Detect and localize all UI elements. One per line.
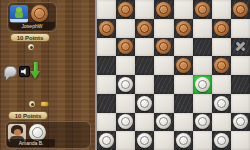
piece-white[interactable]	[195, 77, 210, 92]
piece-brown[interactable]	[118, 39, 133, 54]
square-r2c2[interactable]	[135, 38, 154, 57]
player-card-bottom: Amanda B.	[5, 121, 91, 149]
piece-brown[interactable]	[214, 58, 229, 73]
square-r5c3[interactable]	[154, 94, 173, 113]
square-r1c2[interactable]	[135, 19, 154, 38]
square-r3c1[interactable]	[116, 56, 135, 75]
square-r1c5[interactable]	[193, 19, 212, 38]
square-r5c4[interactable]	[174, 94, 193, 113]
square-r6c6[interactable]	[212, 113, 231, 132]
piece-brown[interactable]	[195, 2, 210, 17]
square-r7c3[interactable]	[154, 131, 173, 150]
square-r6c2[interactable]	[135, 113, 154, 132]
square-r5c0[interactable]	[97, 94, 116, 113]
piece-brown[interactable]	[137, 21, 152, 36]
square-r3c7[interactable]	[231, 56, 250, 75]
square-r2c4[interactable]	[174, 38, 193, 57]
player-name-top: JosephW	[9, 22, 55, 30]
square-r6c5[interactable]	[193, 113, 212, 132]
square-r4c4[interactable]	[174, 75, 193, 94]
square-r0c5[interactable]	[193, 0, 212, 19]
square-r4c7[interactable]	[231, 75, 250, 94]
square-r1c6[interactable]	[212, 19, 231, 38]
counter-chip-bottom	[28, 100, 36, 108]
piece-white[interactable]	[195, 114, 210, 129]
square-r2c3[interactable]	[154, 38, 173, 57]
piece-white[interactable]	[118, 77, 133, 92]
points-badge-bottom: 10 Points	[8, 111, 48, 120]
speaker-glyph	[21, 68, 28, 75]
square-r6c1[interactable]	[116, 113, 135, 132]
square-r5c2[interactable]	[135, 94, 154, 113]
square-r4c6[interactable]	[212, 75, 231, 94]
square-r2c0[interactable]	[97, 38, 116, 57]
square-r0c2[interactable]	[135, 0, 154, 19]
square-r7c7[interactable]	[231, 131, 250, 150]
square-r5c7[interactable]	[231, 94, 250, 113]
brown-piece-icon	[31, 5, 48, 22]
green-down-arrow-icon[interactable]	[30, 61, 41, 80]
piece-white[interactable]	[137, 133, 152, 148]
square-r6c7[interactable]	[231, 113, 250, 132]
piece-brown[interactable]	[118, 2, 133, 17]
square-r6c0[interactable]	[97, 113, 116, 132]
piece-white[interactable]	[214, 133, 229, 148]
square-r3c4[interactable]	[174, 56, 193, 75]
square-r0c1[interactable]	[116, 0, 135, 19]
square-r1c7[interactable]	[231, 19, 250, 38]
square-r0c7[interactable]	[231, 0, 250, 19]
square-r7c1[interactable]	[116, 131, 135, 150]
square-r0c0[interactable]	[97, 0, 116, 19]
square-r7c0[interactable]	[97, 131, 116, 150]
square-r6c3[interactable]	[154, 113, 173, 132]
counter-chip-top	[27, 43, 35, 51]
sound-icon[interactable]	[19, 66, 30, 77]
square-r3c2[interactable]	[135, 56, 154, 75]
piece-white[interactable]	[176, 133, 191, 148]
square-r4c1[interactable]	[116, 75, 135, 94]
piece-brown[interactable]	[156, 39, 171, 54]
piece-white[interactable]	[156, 114, 171, 129]
last-move-marker	[235, 41, 246, 52]
piece-brown[interactable]	[99, 21, 114, 36]
piece-white[interactable]	[214, 96, 229, 111]
avatar-top-player[interactable]	[10, 5, 28, 23]
game-screen: JosephW 10 Points 10 Points Amanda B.	[0, 0, 250, 150]
square-r4c2[interactable]	[135, 75, 154, 94]
square-r1c1[interactable]	[116, 19, 135, 38]
square-r3c6[interactable]	[212, 56, 231, 75]
square-r0c6[interactable]	[212, 0, 231, 19]
square-r0c4[interactable]	[174, 0, 193, 19]
square-r3c3[interactable]	[154, 56, 173, 75]
square-r5c5[interactable]	[193, 94, 212, 113]
square-r6c4[interactable]	[174, 113, 193, 132]
square-r1c4[interactable]	[174, 19, 193, 38]
square-r4c5[interactable]	[193, 75, 212, 94]
square-r2c7[interactable]	[231, 38, 250, 57]
square-r3c5[interactable]	[193, 56, 212, 75]
piece-brown[interactable]	[214, 21, 229, 36]
square-r7c6[interactable]	[212, 131, 231, 150]
piece-white[interactable]	[137, 96, 152, 111]
square-r3c0[interactable]	[97, 56, 116, 75]
square-r2c6[interactable]	[212, 38, 231, 57]
square-r0c3[interactable]	[154, 0, 173, 19]
piece-brown[interactable]	[176, 21, 191, 36]
piece-brown[interactable]	[233, 2, 248, 17]
square-r2c1[interactable]	[116, 38, 135, 57]
square-r7c2[interactable]	[135, 131, 154, 150]
player-card-top: JosephW	[7, 2, 57, 32]
square-r4c3[interactable]	[154, 75, 173, 94]
board[interactable]	[95, 0, 250, 150]
piece-white[interactable]	[233, 114, 248, 129]
square-r2c5[interactable]	[193, 38, 212, 57]
medal-icon	[40, 101, 49, 107]
player-name-bottom: Amanda B.	[7, 139, 55, 147]
piece-brown[interactable]	[156, 2, 171, 17]
square-r7c4[interactable]	[174, 131, 193, 150]
chat-icon[interactable]	[4, 66, 17, 77]
square-r7c5[interactable]	[193, 131, 212, 150]
points-badge-top: 10 Points	[10, 33, 50, 42]
square-r1c3[interactable]	[154, 19, 173, 38]
square-r5c1[interactable]	[116, 94, 135, 113]
square-r1c0[interactable]	[97, 19, 116, 38]
piece-brown[interactable]	[176, 58, 191, 73]
square-r4c0[interactable]	[97, 75, 116, 94]
piece-white[interactable]	[118, 114, 133, 129]
piece-white[interactable]	[99, 133, 114, 148]
square-r5c6[interactable]	[212, 94, 231, 113]
